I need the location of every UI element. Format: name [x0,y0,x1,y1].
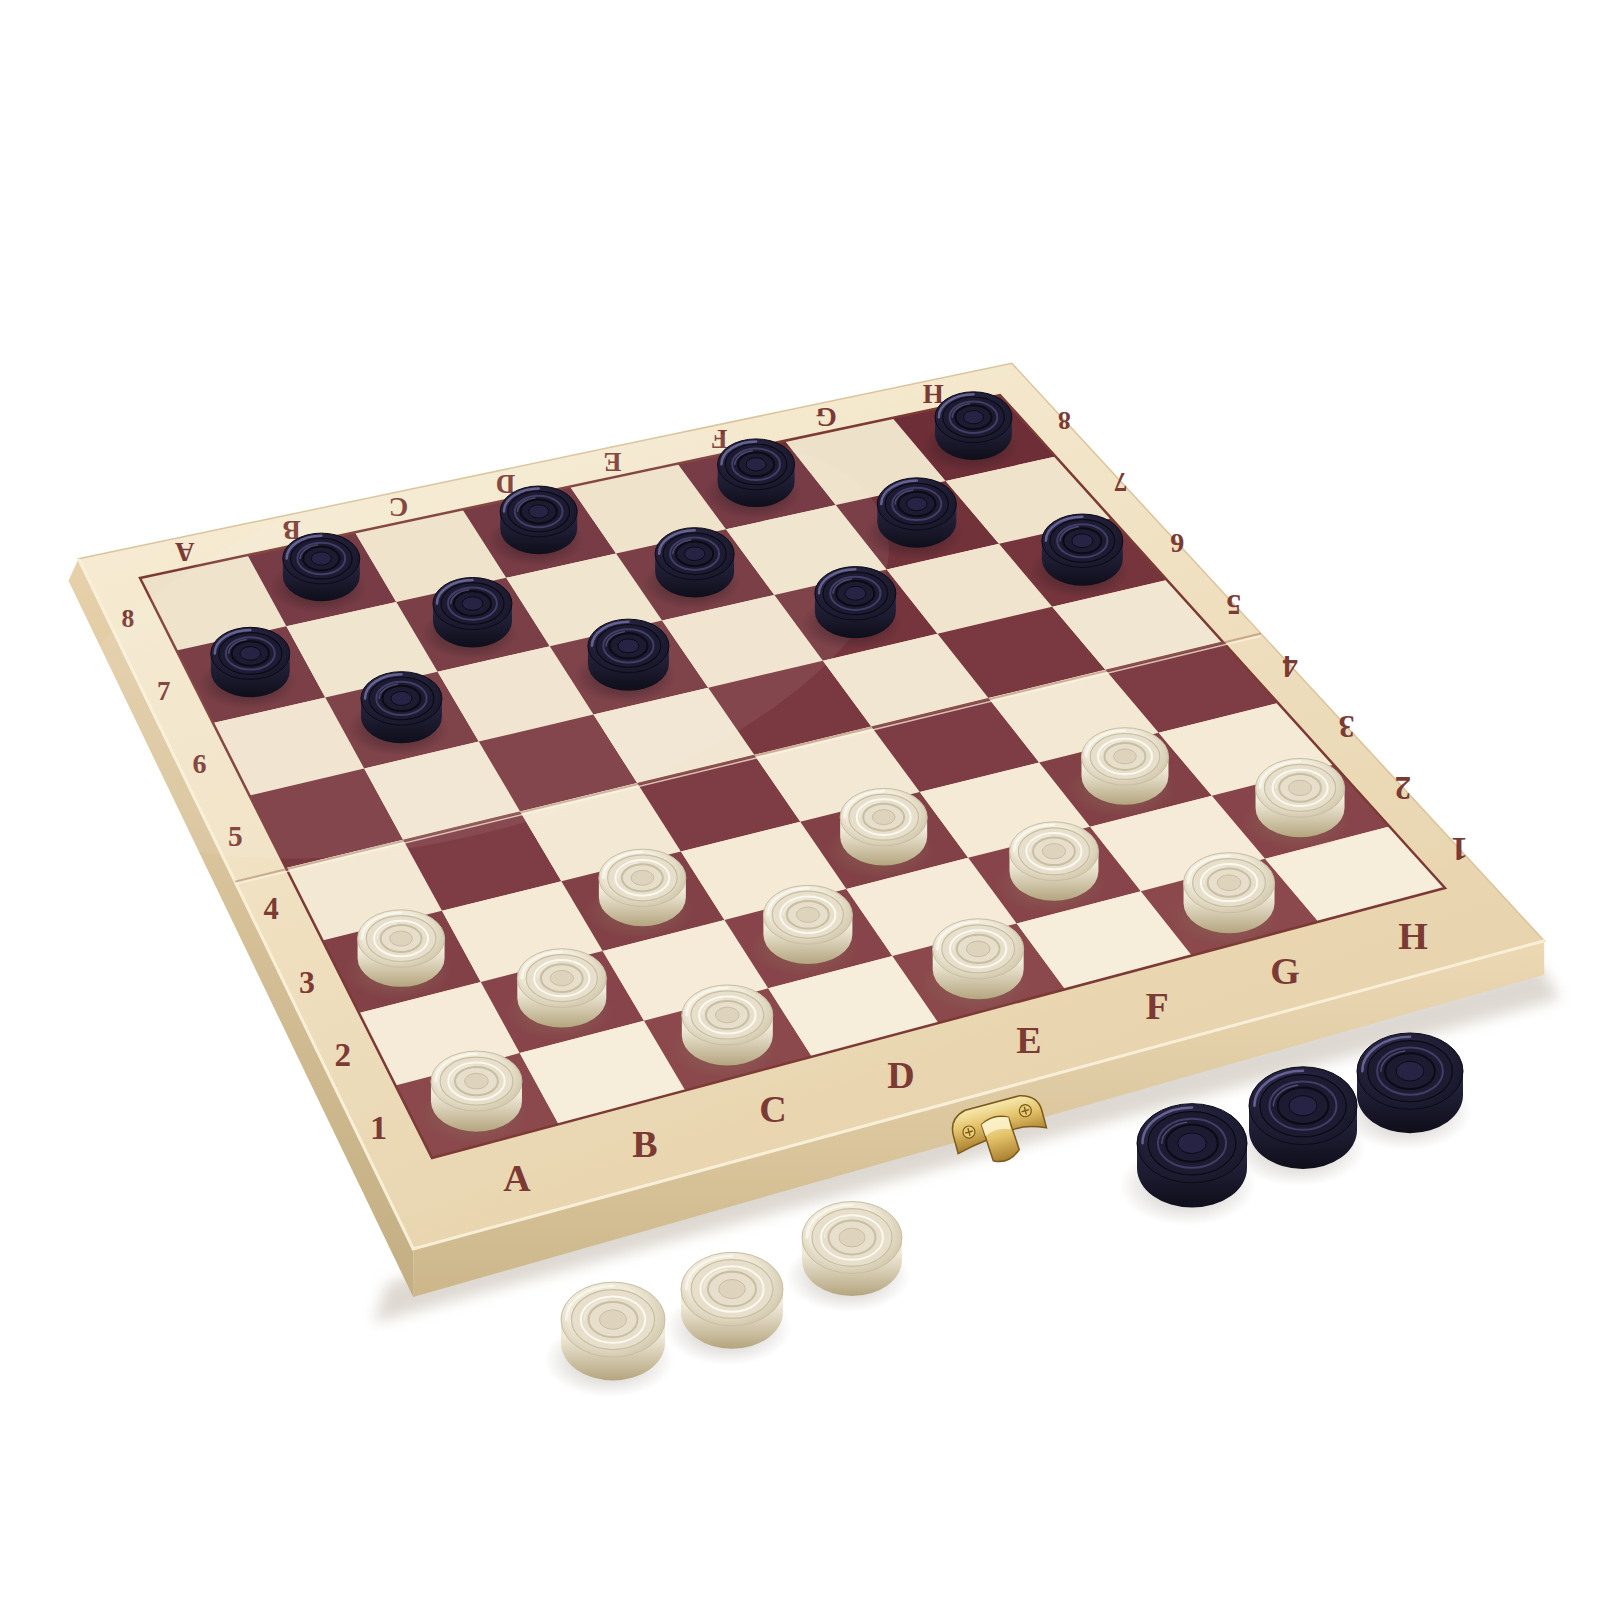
rank-label-left-3: 3 [299,965,315,1000]
file-label-bottom-c: C [759,1088,786,1130]
file-label-bottom-h: H [1398,915,1428,957]
checker-dark-spare-2[interactable] [1231,1067,1366,1187]
rank-label-right-7: 7 [1114,467,1127,497]
checkers-product-photo: AABBCCDDEEFFGGHH1122334455667788 [0,0,1600,1600]
rank-label-right-4: 4 [1282,649,1297,683]
checkers-board-scene: AABBCCDDEEFFGGHH1122334455667788 [0,0,1600,1600]
rank-label-right-2: 2 [1395,770,1412,807]
checker-light-spare-3[interactable] [786,1202,911,1313]
rank-label-right-6: 6 [1170,528,1184,559]
rank-label-right-5: 5 [1226,589,1241,621]
file-label-bottom-g: G [1270,950,1300,992]
rank-label-left-2: 2 [335,1036,352,1073]
file-label-bottom-b: B [632,1123,657,1165]
rank-label-right-1: 1 [1451,831,1468,869]
checker-light-spare-2[interactable] [664,1252,792,1365]
rank-label-right-8: 8 [1058,406,1071,435]
file-label-top-g: G [816,402,837,432]
file-label-top-a: A [174,537,194,567]
rank-label-left-4: 4 [263,892,278,926]
file-label-bottom-f: F [1145,985,1168,1027]
rank-label-left-1: 1 [370,1108,387,1146]
checker-light-spare-1[interactable] [544,1282,674,1397]
file-label-bottom-d: D [887,1054,914,1096]
checker-dark-spare-1[interactable] [1119,1104,1257,1226]
rank-label-right-3: 3 [1339,709,1355,744]
file-label-bottom-a: A [503,1157,531,1199]
file-label-bottom-e: E [1016,1019,1041,1061]
